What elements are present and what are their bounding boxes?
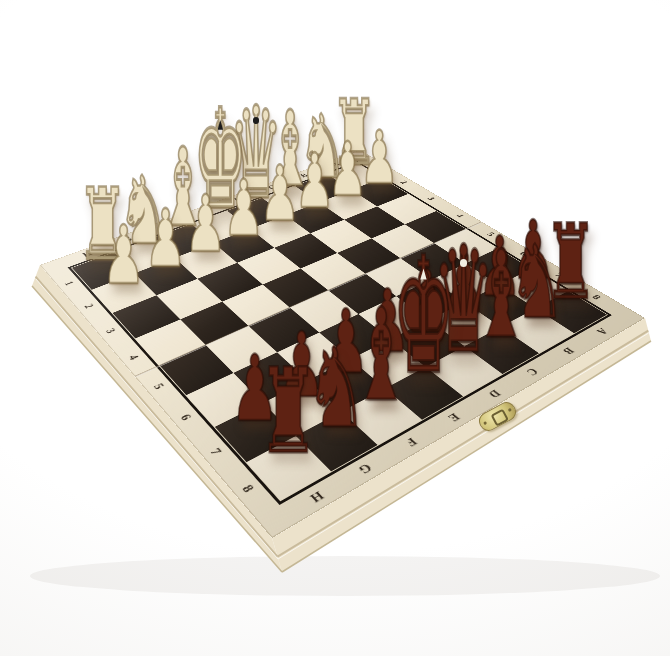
piece-white-pawn-e2[interactable]: ♟ bbox=[223, 171, 264, 248]
piece-white-pawn-h2[interactable]: ♟ bbox=[102, 215, 145, 296]
piece-white-pawn-g2[interactable]: ♟ bbox=[145, 199, 187, 279]
chess-set-photo: 1122334455667788HHGGFFEEDDCCBBAA ♜♞♟♝♟♛♟… bbox=[0, 0, 670, 656]
piece-white-pawn-f2[interactable]: ♟ bbox=[185, 185, 226, 263]
piece-black-rook-h8[interactable]: ♜ bbox=[258, 353, 318, 470]
piece-white-pawn-c2[interactable]: ♟ bbox=[295, 145, 335, 220]
piece-white-pawn-d2[interactable]: ♟ bbox=[260, 157, 300, 233]
latch-pin-icon bbox=[483, 421, 487, 425]
latch-pin-icon bbox=[508, 408, 512, 412]
ground-shadow bbox=[30, 556, 660, 596]
